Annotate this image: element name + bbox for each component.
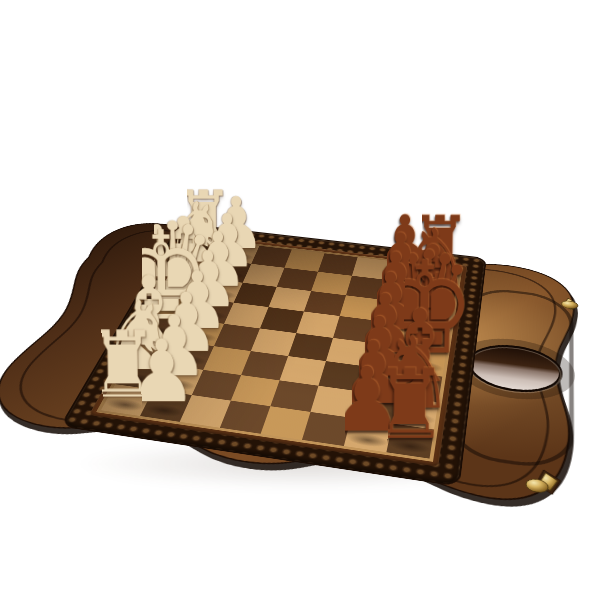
square-h7 bbox=[344, 418, 392, 453]
square-h6 bbox=[302, 412, 351, 446]
chess-tray-board: ♜♟♟♜♞♟♟♞♝♟♟♝♛♟♟♛♚♟♟♚♝♟♟♝♞♟♟♞♜♟♟♜ bbox=[0, 206, 600, 549]
product-photo: ♜♟♟♜♞♟♟♞♝♟♟♝♛♟♟♛♚♟♟♚♝♟♟♝♞♟♟♞♜♟♟♜ bbox=[0, 0, 600, 600]
